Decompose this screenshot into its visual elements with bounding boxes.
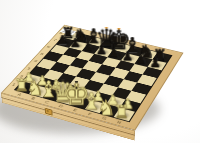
- black-pawn: ♟: [70, 38, 81, 50]
- black-pawn: ♟: [82, 41, 93, 53]
- black-pawn: ♟: [135, 54, 147, 66]
- product-photo: ♜♞♝♛♚♝♞♜♟♟♟♟♟♟♟♟♟♟♟♟♟♟♟♟♜♞♝♛♚♝♞♜ ABCDEFG…: [0, 0, 200, 143]
- black-pawn: ♟: [95, 44, 106, 56]
- scene: ♜♞♝♛♚♝♞♜♟♟♟♟♟♟♟♟♟♟♟♟♟♟♟♟♜♞♝♛♚♝♞♜ ABCDEFG…: [0, 0, 200, 143]
- black-pawn: ♟: [57, 35, 68, 47]
- black-pawn: ♟: [149, 57, 161, 69]
- white-rook: ♜: [113, 104, 129, 121]
- chess-board: ♜♞♝♛♚♝♞♜♟♟♟♟♟♟♟♟♟♟♟♟♟♟♟♟♜♞♝♛♚♝♞♜ ABCDEFG…: [1, 25, 184, 131]
- black-pawn: ♟: [108, 47, 119, 59]
- black-pawn: ♟: [122, 51, 133, 63]
